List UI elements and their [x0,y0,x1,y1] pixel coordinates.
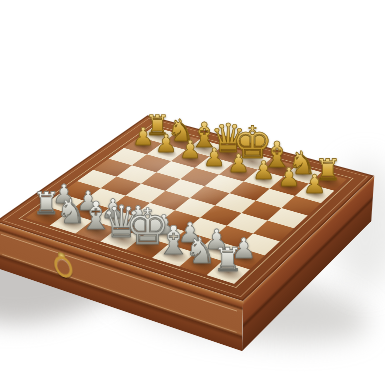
black-pawn-glyph: ♟ [299,172,330,198]
product-photo: ♜♞♟♝♟♛♟♚♟♝♟♞♟♜♟♟♟♟♜♟♞♟♝♟♛♟♚♟♝♟♞♜ [0,0,385,385]
square-h5[interactable] [267,208,308,228]
square-g5[interactable] [241,200,281,220]
square-e4[interactable] [175,198,216,218]
drawer-ring-pull-icon[interactable] [54,254,73,280]
white-rook-glyph: ♜ [209,244,248,277]
